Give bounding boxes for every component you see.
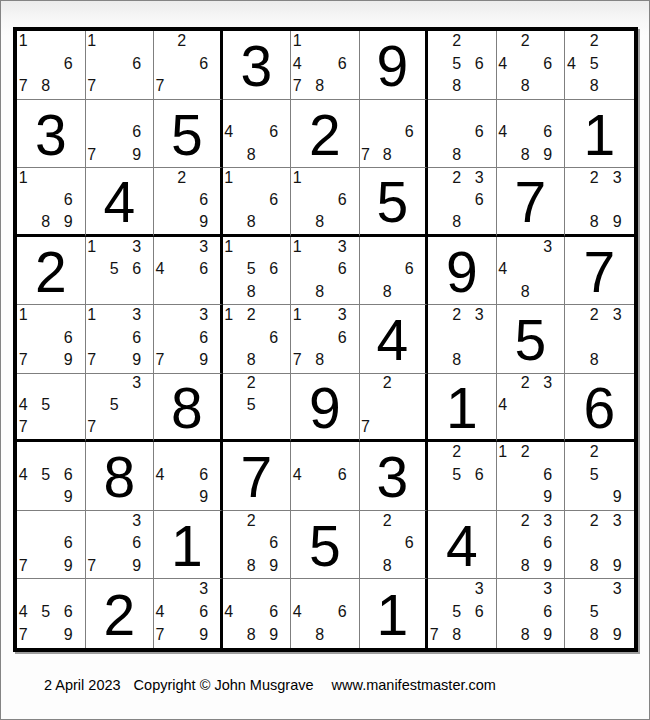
candidate-digit: 6: [405, 535, 414, 551]
candidate-digit: 6: [64, 604, 73, 620]
cell-r2c3[interactable]: 5: [154, 100, 223, 169]
candidate-grid: 1678: [12, 30, 80, 98]
cell-r3c6[interactable]: 5: [360, 168, 429, 237]
cell-r5c3[interactable]: 3679: [154, 305, 223, 374]
cell-r1c5[interactable]: 14678: [291, 31, 360, 100]
cell-r8c4[interactable]: 2689: [223, 511, 292, 580]
candidate-digit: 3: [132, 307, 141, 323]
cell-r3c3[interactable]: 269: [154, 168, 223, 237]
candidate-digit: 6: [132, 261, 141, 277]
cell-r5c7[interactable]: 238: [428, 305, 497, 374]
cell-r6c6[interactable]: 27: [360, 374, 429, 443]
candidate-digit: 7: [87, 352, 96, 368]
candidate-digit: 3: [338, 307, 347, 323]
candidate-digit: 2: [177, 33, 186, 49]
candidate-grid: 3589: [560, 578, 629, 647]
candidate-digit: 3: [132, 239, 141, 255]
candidate-digit: 4: [498, 56, 507, 72]
candidate-digit: 1: [19, 307, 28, 323]
candidate-digit: 4: [224, 124, 233, 140]
candidate-digit: 8: [383, 147, 392, 163]
solved-digit: 5: [309, 518, 341, 575]
cell-r1c1[interactable]: 1678: [17, 31, 86, 100]
candidate-grid: 13678: [286, 304, 354, 372]
cell-r6c5[interactable]: 9: [291, 374, 360, 443]
candidate-digit: 4: [224, 604, 233, 620]
candidate-digit: 8: [452, 214, 461, 230]
candidate-digit: 3: [543, 581, 552, 597]
cell-r8c9[interactable]: 2389: [565, 511, 634, 580]
candidate-digit: 3: [475, 307, 484, 323]
cell-r1c7[interactable]: 2568: [428, 31, 497, 100]
candidate-grid: 35678: [423, 578, 491, 647]
candidate-digit: 1: [19, 170, 28, 186]
candidate-digit: 6: [199, 261, 208, 277]
candidate-digit: 4: [19, 604, 28, 620]
solved-digit: 9: [446, 244, 478, 301]
candidate-grid: 259: [560, 441, 629, 509]
cell-r5c2[interactable]: 13679: [86, 305, 155, 374]
candidate-digit: 2: [590, 33, 599, 49]
candidate-digit: 8: [452, 78, 461, 94]
cell-r9c6[interactable]: 1: [360, 579, 429, 648]
candidate-digit: 6: [475, 124, 484, 140]
candidate-grid: 1689: [12, 167, 80, 233]
cell-r4c6[interactable]: 68: [360, 237, 429, 306]
candidate-digit: 7: [155, 627, 164, 643]
candidate-digit: 4: [498, 397, 507, 413]
candidate-digit: 3: [338, 239, 347, 255]
solved-digit: 8: [171, 380, 203, 437]
candidate-digit: 6: [543, 604, 552, 620]
candidate-grid: 468: [218, 99, 286, 167]
candidate-digit: 6: [269, 261, 278, 277]
candidate-grid: 2389: [560, 167, 629, 233]
cell-r1c8[interactable]: 2468: [497, 31, 566, 100]
solved-digit: 3: [35, 107, 67, 164]
candidate-digit: 4: [293, 56, 302, 72]
candidate-digit: 5: [452, 467, 461, 483]
candidate-grid: 238: [560, 304, 629, 372]
candidate-digit: 2: [452, 307, 461, 323]
candidate-digit: 9: [64, 214, 73, 230]
solved-digit: 7: [583, 244, 615, 301]
candidate-digit: 7: [361, 419, 370, 435]
candidate-digit: 6: [543, 124, 552, 140]
solved-digit: 3: [240, 38, 272, 95]
candidate-grid: 346: [149, 236, 215, 304]
candidate-grid: 234: [492, 373, 560, 439]
cell-r8c2[interactable]: 3679: [86, 511, 155, 580]
candidate-grid: 2468: [492, 30, 560, 98]
cell-r6c4[interactable]: 25: [223, 374, 292, 443]
solved-digit: 4: [103, 174, 135, 231]
sudoku-board: 1678167267314678925682468245836795468267…: [13, 27, 638, 652]
candidate-digit: 6: [132, 330, 141, 346]
cell-r6c1[interactable]: 457: [17, 374, 86, 443]
solved-digit: 3: [376, 449, 408, 506]
cell-r8c1[interactable]: 679: [17, 511, 86, 580]
candidate-digit: 8: [315, 352, 324, 368]
candidate-digit: 3: [613, 307, 622, 323]
cell-r9c9[interactable]: 3589: [565, 579, 634, 648]
cell-r3c9[interactable]: 2389: [565, 168, 634, 237]
solved-digit: 5: [376, 174, 408, 231]
candidate-digit: 7: [87, 558, 96, 574]
candidate-digit: 6: [199, 604, 208, 620]
candidate-grid: 1679: [12, 304, 80, 372]
cell-r1c4[interactable]: 3: [223, 31, 292, 100]
cell-r7c3[interactable]: 469: [154, 442, 223, 511]
candidate-digit: 7: [430, 627, 439, 643]
candidate-digit: 8: [247, 284, 256, 300]
candidate-digit: 9: [543, 147, 552, 163]
candidate-digit: 4: [155, 604, 164, 620]
candidate-digit: 6: [132, 56, 141, 72]
candidate-digit: 6: [64, 56, 73, 72]
cell-r4c1[interactable]: 2: [17, 237, 86, 306]
candidate-grid: 3679: [81, 510, 149, 578]
cell-r8c6[interactable]: 268: [360, 511, 429, 580]
candidate-digit: 9: [269, 558, 278, 574]
cell-r6c2[interactable]: 357: [86, 374, 155, 443]
candidate-digit: 8: [521, 558, 530, 574]
candidate-digit: 8: [521, 627, 530, 643]
candidate-digit: 4: [567, 56, 576, 72]
candidate-digit: 2: [383, 375, 392, 391]
candidate-digit: 7: [19, 78, 28, 94]
cell-r4c3[interactable]: 346: [154, 237, 223, 306]
candidate-digit: 8: [590, 78, 599, 94]
candidate-digit: 9: [199, 627, 208, 643]
candidate-digit: 5: [452, 604, 461, 620]
candidate-digit: 2: [452, 33, 461, 49]
candidate-digit: 6: [269, 192, 278, 208]
candidate-digit: 5: [41, 604, 50, 620]
cell-r4c8[interactable]: 348: [497, 237, 566, 306]
cell-r1c6[interactable]: 9: [360, 31, 429, 100]
cell-r9c1[interactable]: 45679: [17, 579, 86, 648]
candidate-digit: 8: [521, 147, 530, 163]
candidate-digit: 8: [590, 558, 599, 574]
cell-r7c5[interactable]: 46: [291, 442, 360, 511]
candidate-digit: 4: [155, 467, 164, 483]
candidate-grid: 469: [149, 441, 215, 509]
solved-digit: 4: [376, 312, 408, 369]
candidate-grid: 14678: [286, 30, 354, 98]
candidate-digit: 3: [475, 581, 484, 597]
footer-copyright: Copyright © John Musgrave: [134, 677, 314, 693]
cell-r6c7[interactable]: 1: [428, 374, 497, 443]
solved-digit: 5: [171, 107, 203, 164]
candidate-digit: 2: [521, 33, 530, 49]
candidate-digit: 4: [498, 124, 507, 140]
cell-r5c9[interactable]: 238: [565, 305, 634, 374]
candidate-digit: 9: [613, 627, 622, 643]
cell-r6c3[interactable]: 8: [154, 374, 223, 443]
cell-r2c8[interactable]: 4689: [497, 100, 566, 169]
cell-r7c1[interactable]: 4569: [17, 442, 86, 511]
candidate-digit: 6: [64, 535, 73, 551]
cell-r1c3[interactable]: 267: [154, 31, 223, 100]
candidate-digit: 2: [521, 444, 530, 460]
candidate-grid: 23689: [492, 510, 560, 578]
cell-r3c2[interactable]: 4: [86, 168, 155, 237]
candidate-digit: 9: [613, 558, 622, 574]
cell-r7c7[interactable]: 256: [428, 442, 497, 511]
candidate-digit: 9: [199, 352, 208, 368]
candidate-digit: 6: [543, 535, 552, 551]
cell-r2c4[interactable]: 468: [223, 100, 292, 169]
footer-date: 2 April 2023: [44, 677, 121, 693]
candidate-grid: 679: [12, 510, 80, 578]
candidate-digit: 4: [19, 397, 28, 413]
solved-digit: 5: [514, 312, 546, 369]
candidate-digit: 2: [590, 307, 599, 323]
candidate-digit: 6: [269, 330, 278, 346]
cell-r2c2[interactable]: 679: [86, 100, 155, 169]
cell-r4c9[interactable]: 7: [565, 237, 634, 306]
candidate-digit: 8: [41, 214, 50, 230]
candidate-digit: 9: [64, 352, 73, 368]
candidate-grid: 1269: [492, 441, 560, 509]
cell-r4c5[interactable]: 1368: [291, 237, 360, 306]
candidate-grid: 1568: [218, 236, 286, 304]
candidate-digit: 9: [543, 558, 552, 574]
candidate-grid: 267: [149, 30, 215, 98]
cell-r6c9[interactable]: 6: [565, 374, 634, 443]
cell-r6c8[interactable]: 234: [497, 374, 566, 443]
candidate-digit: 6: [199, 192, 208, 208]
candidate-grid: 3689: [492, 578, 560, 647]
candidate-digit: 6: [132, 124, 141, 140]
candidate-digit: 5: [247, 397, 256, 413]
cell-r5c1[interactable]: 1679: [17, 305, 86, 374]
candidate-digit: 8: [247, 147, 256, 163]
cell-r1c9[interactable]: 2458: [565, 31, 634, 100]
candidate-digit: 3: [613, 581, 622, 597]
candidate-digit: 6: [64, 467, 73, 483]
solved-digit: 2: [35, 244, 67, 301]
candidate-digit: 6: [338, 330, 347, 346]
candidate-digit: 7: [155, 78, 164, 94]
solved-digit: 1: [376, 587, 408, 644]
candidate-grid: 13679: [81, 304, 149, 372]
candidate-digit: 9: [64, 489, 73, 505]
cell-r2c5[interactable]: 2: [291, 100, 360, 169]
cell-r9c7[interactable]: 35678: [428, 579, 497, 648]
candidate-digit: 1: [293, 33, 302, 49]
cell-r4c4[interactable]: 1568: [223, 237, 292, 306]
candidate-digit: 5: [452, 56, 461, 72]
candidate-digit: 7: [19, 352, 28, 368]
candidate-digit: 6: [338, 604, 347, 620]
candidate-digit: 3: [543, 239, 552, 255]
solved-digit: 1: [446, 380, 478, 437]
cell-r7c6[interactable]: 3: [360, 442, 429, 511]
cell-r2c6[interactable]: 678: [360, 100, 429, 169]
candidate-grid: 678: [355, 99, 421, 167]
candidate-digit: 7: [293, 78, 302, 94]
cell-r5c4[interactable]: 1268: [223, 305, 292, 374]
solved-digit: 7: [240, 449, 272, 506]
candidate-grid: 168: [218, 167, 286, 233]
candidate-digit: 3: [543, 513, 552, 529]
cell-r8c7[interactable]: 4: [428, 511, 497, 580]
candidate-digit: 9: [269, 627, 278, 643]
candidate-digit: 8: [383, 558, 392, 574]
cell-r2c1[interactable]: 3: [17, 100, 86, 169]
footer: 2 April 2023 Copyright © John Musgrave w…: [44, 677, 496, 693]
cell-r3c7[interactable]: 2368: [428, 168, 497, 237]
candidate-digit: 9: [543, 627, 552, 643]
candidate-digit: 5: [41, 467, 50, 483]
candidate-digit: 2: [247, 375, 256, 391]
candidate-digit: 7: [19, 627, 28, 643]
solved-digit: 2: [103, 587, 135, 644]
candidate-digit: 9: [132, 352, 141, 368]
candidate-digit: 7: [87, 78, 96, 94]
candidate-digit: 8: [521, 284, 530, 300]
candidate-grid: 457: [12, 373, 80, 439]
candidate-digit: 7: [87, 147, 96, 163]
candidate-digit: 6: [64, 330, 73, 346]
cell-r7c9[interactable]: 259: [565, 442, 634, 511]
candidate-digit: 2: [383, 513, 392, 529]
solved-digit: 1: [171, 518, 203, 575]
candidate-digit: 3: [613, 513, 622, 529]
candidate-digit: 5: [247, 261, 256, 277]
cell-r3c5[interactable]: 168: [291, 168, 360, 237]
candidate-digit: 8: [590, 627, 599, 643]
cell-r1c2[interactable]: 167: [86, 31, 155, 100]
cell-r4c2[interactable]: 1356: [86, 237, 155, 306]
candidate-digit: 1: [293, 307, 302, 323]
candidate-digit: 9: [543, 489, 552, 505]
candidate-grid: 4689: [492, 99, 560, 167]
candidate-digit: 8: [247, 352, 256, 368]
candidate-grid: 238: [423, 304, 491, 372]
candidate-digit: 9: [613, 214, 622, 230]
cell-r7c8[interactable]: 1269: [497, 442, 566, 511]
candidate-digit: 2: [452, 444, 461, 460]
candidate-digit: 6: [199, 56, 208, 72]
candidate-digit: 9: [199, 489, 208, 505]
candidate-digit: 4: [155, 261, 164, 277]
candidate-digit: 4: [293, 467, 302, 483]
solved-digit: 2: [309, 107, 341, 164]
candidate-grid: 168: [286, 167, 354, 233]
candidate-grid: 269: [149, 167, 215, 233]
candidate-grid: 348: [492, 236, 560, 304]
cell-r7c4[interactable]: 7: [223, 442, 292, 511]
candidate-digit: 6: [338, 261, 347, 277]
candidate-grid: 27: [355, 373, 421, 439]
cell-r9c8[interactable]: 3689: [497, 579, 566, 648]
cell-r5c5[interactable]: 13678: [291, 305, 360, 374]
candidate-digit: 7: [155, 352, 164, 368]
candidate-grid: 167: [81, 30, 149, 98]
candidate-digit: 2: [177, 170, 186, 186]
candidate-digit: 8: [521, 78, 530, 94]
candidate-grid: 2368: [423, 167, 491, 233]
candidate-digit: 6: [475, 467, 484, 483]
cell-r5c8[interactable]: 5: [497, 305, 566, 374]
cell-r4c7[interactable]: 9: [428, 237, 497, 306]
candidate-digit: 6: [132, 535, 141, 551]
candidate-digit: 1: [293, 170, 302, 186]
candidate-digit: 6: [475, 56, 484, 72]
cell-r9c4[interactable]: 4689: [223, 579, 292, 648]
candidate-grid: 34679: [149, 578, 215, 647]
solved-digit: 7: [514, 174, 546, 231]
cell-r9c2[interactable]: 2: [86, 579, 155, 648]
candidate-grid: 268: [355, 510, 421, 578]
candidate-digit: 8: [41, 78, 50, 94]
cell-r5c6[interactable]: 4: [360, 305, 429, 374]
candidate-digit: 8: [383, 284, 392, 300]
cell-r9c3[interactable]: 34679: [154, 579, 223, 648]
candidate-digit: 1: [19, 33, 28, 49]
cell-r9c5[interactable]: 468: [291, 579, 360, 648]
candidate-digit: 3: [199, 307, 208, 323]
cell-r2c9[interactable]: 1: [565, 100, 634, 169]
candidate-digit: 1: [87, 239, 96, 255]
candidate-digit: 3: [199, 581, 208, 597]
candidate-digit: 6: [199, 467, 208, 483]
candidate-digit: 6: [475, 604, 484, 620]
candidate-digit: 3: [475, 170, 484, 186]
footer-website: www.manifestmaster.com: [332, 677, 496, 693]
solved-digit: 9: [376, 38, 408, 95]
cell-r8c5[interactable]: 5: [291, 511, 360, 580]
candidate-digit: 6: [338, 467, 347, 483]
candidate-digit: 7: [19, 419, 28, 435]
candidate-digit: 9: [132, 147, 141, 163]
candidate-digit: 1: [498, 444, 507, 460]
solved-digit: 6: [583, 380, 615, 437]
solved-digit: 1: [583, 107, 615, 164]
cell-r7c2[interactable]: 8: [86, 442, 155, 511]
candidate-digit: 8: [590, 214, 599, 230]
candidate-grid: 3679: [149, 304, 215, 372]
candidate-digit: 1: [224, 239, 233, 255]
candidate-digit: 5: [590, 467, 599, 483]
cell-r3c8[interactable]: 7: [497, 168, 566, 237]
candidate-digit: 9: [199, 214, 208, 230]
cell-r2c7[interactable]: 68: [428, 100, 497, 169]
candidate-digit: 6: [543, 56, 552, 72]
candidate-grid: 2458: [560, 30, 629, 98]
candidate-digit: 8: [315, 214, 324, 230]
cell-r3c1[interactable]: 1689: [17, 168, 86, 237]
candidate-digit: 2: [590, 170, 599, 186]
candidate-digit: 8: [315, 627, 324, 643]
candidate-grid: 25: [218, 373, 286, 439]
candidate-digit: 1: [224, 307, 233, 323]
cell-r8c8[interactable]: 23689: [497, 511, 566, 580]
candidate-digit: 3: [199, 239, 208, 255]
candidate-digit: 2: [590, 444, 599, 460]
candidate-digit: 5: [590, 56, 599, 72]
candidate-grid: 2389: [560, 510, 629, 578]
candidate-grid: 68: [423, 99, 491, 167]
cell-r8c3[interactable]: 1: [154, 511, 223, 580]
candidate-grid: 679: [81, 99, 149, 167]
cell-r3c4[interactable]: 168: [223, 168, 292, 237]
candidate-digit: 1: [87, 307, 96, 323]
candidate-digit: 3: [132, 513, 141, 529]
